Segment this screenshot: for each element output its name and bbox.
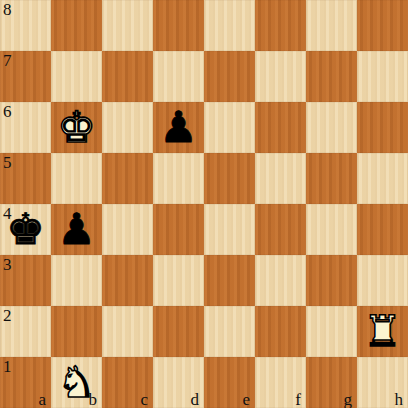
file-label-h: h bbox=[395, 390, 404, 408]
square-h7[interactable] bbox=[357, 51, 408, 102]
square-b8[interactable] bbox=[51, 0, 102, 51]
square-e4[interactable] bbox=[204, 204, 255, 255]
square-h2[interactable]: ♜ bbox=[357, 306, 408, 357]
square-c4[interactable] bbox=[102, 204, 153, 255]
rank-label-8: 8 bbox=[3, 0, 12, 19]
piece-white-rook[interactable]: ♜ bbox=[357, 306, 408, 357]
square-h6[interactable] bbox=[357, 102, 408, 153]
square-b6[interactable]: ♚ bbox=[51, 102, 102, 153]
square-f2[interactable] bbox=[255, 306, 306, 357]
square-e2[interactable] bbox=[204, 306, 255, 357]
square-a5[interactable]: 5 bbox=[0, 153, 51, 204]
piece-white-king[interactable]: ♚ bbox=[51, 102, 102, 153]
file-label-b: b bbox=[89, 390, 98, 408]
file-label-g: g bbox=[344, 390, 353, 408]
square-f3[interactable] bbox=[255, 255, 306, 306]
rank-label-6: 6 bbox=[3, 102, 12, 121]
square-h3[interactable] bbox=[357, 255, 408, 306]
rank-label-7: 7 bbox=[3, 51, 12, 70]
square-g2[interactable] bbox=[306, 306, 357, 357]
rank-label-5: 5 bbox=[3, 153, 12, 172]
square-a1[interactable]: 1a bbox=[0, 357, 51, 408]
square-h1[interactable]: h bbox=[357, 357, 408, 408]
square-c3[interactable] bbox=[102, 255, 153, 306]
square-c2[interactable] bbox=[102, 306, 153, 357]
square-e1[interactable]: e bbox=[204, 357, 255, 408]
square-b4[interactable]: ♟ bbox=[51, 204, 102, 255]
square-a6[interactable]: 6 bbox=[0, 102, 51, 153]
square-g8[interactable] bbox=[306, 0, 357, 51]
square-b2[interactable] bbox=[51, 306, 102, 357]
square-e7[interactable] bbox=[204, 51, 255, 102]
piece-black-pawn[interactable]: ♟ bbox=[153, 102, 204, 153]
rank-label-2: 2 bbox=[3, 306, 12, 325]
square-e8[interactable] bbox=[204, 0, 255, 51]
square-d8[interactable] bbox=[153, 0, 204, 51]
square-c5[interactable] bbox=[102, 153, 153, 204]
square-g3[interactable] bbox=[306, 255, 357, 306]
square-c8[interactable] bbox=[102, 0, 153, 51]
square-f1[interactable]: f bbox=[255, 357, 306, 408]
square-e5[interactable] bbox=[204, 153, 255, 204]
rank-label-1: 1 bbox=[3, 357, 12, 376]
square-b5[interactable] bbox=[51, 153, 102, 204]
file-label-c: c bbox=[140, 390, 148, 408]
square-a4[interactable]: 4♚ bbox=[0, 204, 51, 255]
file-label-a: a bbox=[38, 390, 46, 408]
square-f5[interactable] bbox=[255, 153, 306, 204]
square-a8[interactable]: 8 bbox=[0, 0, 51, 51]
square-c1[interactable]: c bbox=[102, 357, 153, 408]
square-d3[interactable] bbox=[153, 255, 204, 306]
square-b7[interactable] bbox=[51, 51, 102, 102]
square-h8[interactable] bbox=[357, 0, 408, 51]
square-g4[interactable] bbox=[306, 204, 357, 255]
square-h5[interactable] bbox=[357, 153, 408, 204]
square-g6[interactable] bbox=[306, 102, 357, 153]
square-f6[interactable] bbox=[255, 102, 306, 153]
square-c6[interactable] bbox=[102, 102, 153, 153]
square-a7[interactable]: 7 bbox=[0, 51, 51, 102]
square-d6[interactable]: ♟ bbox=[153, 102, 204, 153]
square-c7[interactable] bbox=[102, 51, 153, 102]
square-d4[interactable] bbox=[153, 204, 204, 255]
square-f4[interactable] bbox=[255, 204, 306, 255]
file-label-e: e bbox=[242, 390, 250, 408]
rank-label-4: 4 bbox=[3, 204, 12, 223]
square-a3[interactable]: 3 bbox=[0, 255, 51, 306]
rank-label-3: 3 bbox=[3, 255, 12, 274]
file-label-d: d bbox=[191, 390, 200, 408]
square-f8[interactable] bbox=[255, 0, 306, 51]
square-a2[interactable]: 2 bbox=[0, 306, 51, 357]
square-b1[interactable]: b♞ bbox=[51, 357, 102, 408]
square-e6[interactable] bbox=[204, 102, 255, 153]
square-d5[interactable] bbox=[153, 153, 204, 204]
square-e3[interactable] bbox=[204, 255, 255, 306]
square-d7[interactable] bbox=[153, 51, 204, 102]
piece-black-pawn[interactable]: ♟ bbox=[51, 204, 102, 255]
square-g5[interactable] bbox=[306, 153, 357, 204]
square-g1[interactable]: g bbox=[306, 357, 357, 408]
square-d1[interactable]: d bbox=[153, 357, 204, 408]
square-d2[interactable] bbox=[153, 306, 204, 357]
chess-board: 876♚♟54♚♟32♜1ab♞cdefgh bbox=[0, 0, 408, 408]
square-f7[interactable] bbox=[255, 51, 306, 102]
square-g7[interactable] bbox=[306, 51, 357, 102]
file-label-f: f bbox=[295, 390, 301, 408]
square-b3[interactable] bbox=[51, 255, 102, 306]
square-h4[interactable] bbox=[357, 204, 408, 255]
